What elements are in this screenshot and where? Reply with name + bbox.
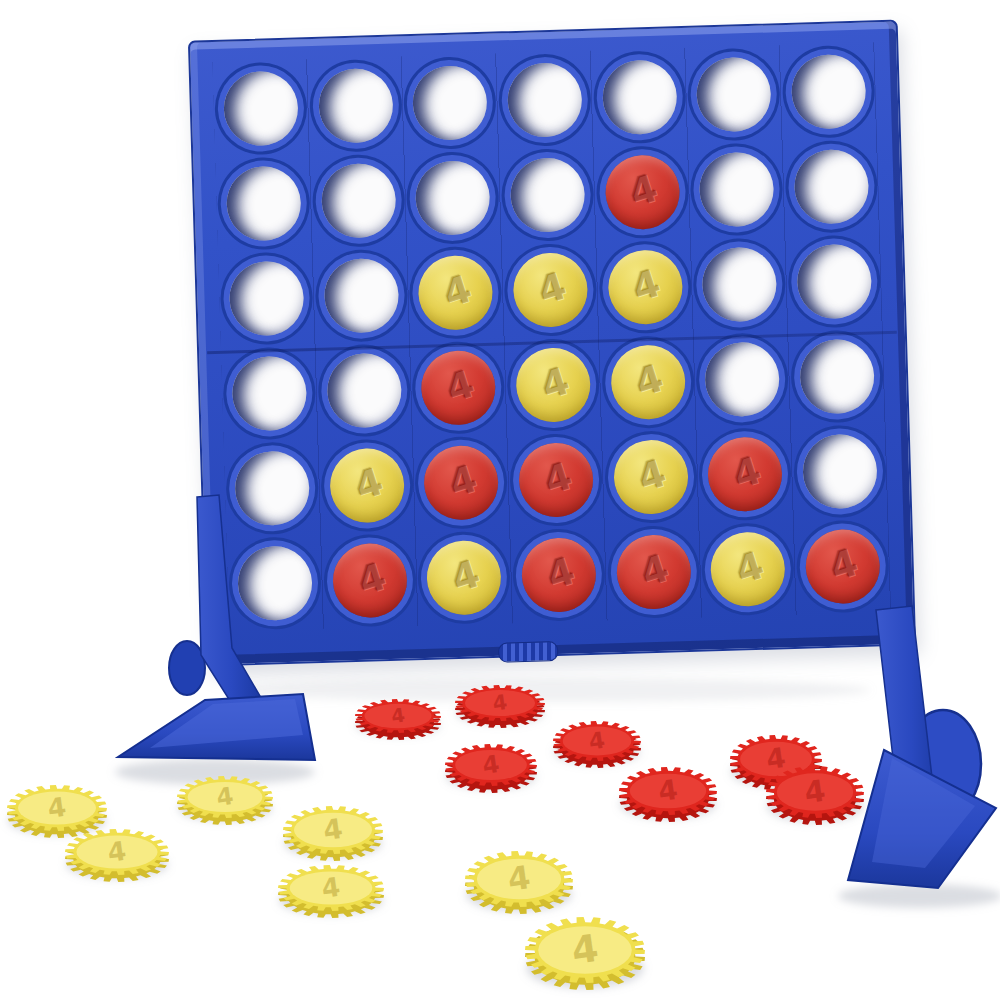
cell-r6-c3[interactable]: 4 bbox=[416, 528, 513, 626]
left-hinge-knob bbox=[169, 641, 205, 695]
cell-r1-c2[interactable] bbox=[307, 56, 404, 154]
cell-r1-c4[interactable] bbox=[496, 51, 593, 149]
disc-4-emboss: 4 bbox=[442, 364, 479, 408]
cell-r4-c6[interactable] bbox=[694, 330, 791, 428]
cell-r3-c2[interactable] bbox=[313, 246, 410, 344]
cell-r4-c7[interactable] bbox=[788, 327, 885, 425]
disc-4-emboss: 4 bbox=[628, 263, 665, 307]
disc-4-emboss: 4 bbox=[534, 266, 571, 310]
cell-r5-c7[interactable] bbox=[791, 422, 888, 520]
disc-4-emboss: 4 bbox=[731, 545, 768, 589]
cell-r2-c3[interactable] bbox=[404, 148, 501, 246]
disc-4-emboss: 4 bbox=[542, 551, 579, 595]
empty-hole bbox=[802, 433, 878, 509]
cell-r4-c3[interactable]: 4 bbox=[410, 338, 507, 436]
cell-r2-c4[interactable] bbox=[499, 146, 596, 244]
red-disc[interactable]: 4 bbox=[615, 534, 691, 610]
loose-red-disc[interactable]: 4 bbox=[355, 699, 441, 740]
empty-hole bbox=[229, 260, 305, 336]
red-disc[interactable]: 4 bbox=[332, 542, 408, 618]
loose-yellow-disc[interactable]: 4 bbox=[65, 829, 169, 882]
cell-r1-c5[interactable] bbox=[591, 48, 688, 146]
cell-r4-c4[interactable]: 4 bbox=[505, 336, 602, 434]
cell-r4-c1[interactable] bbox=[221, 344, 318, 442]
cell-r2-c7[interactable] bbox=[783, 137, 880, 235]
empty-hole bbox=[704, 341, 780, 417]
cell-r3-c3[interactable]: 4 bbox=[407, 243, 504, 341]
cell-r3-c5[interactable]: 4 bbox=[596, 238, 693, 336]
empty-hole bbox=[223, 70, 299, 146]
empty-hole bbox=[799, 338, 875, 414]
cell-r1-c6[interactable] bbox=[685, 45, 782, 143]
empty-hole bbox=[320, 162, 396, 238]
yellow-disc[interactable]: 4 bbox=[426, 539, 502, 615]
empty-hole bbox=[507, 62, 583, 138]
loose-red-disc[interactable]: 4 bbox=[445, 744, 537, 793]
right-foot-shadow bbox=[838, 884, 1000, 908]
empty-hole bbox=[793, 148, 869, 224]
yellow-disc[interactable]: 4 bbox=[418, 254, 494, 330]
empty-hole bbox=[234, 450, 310, 526]
empty-hole bbox=[509, 156, 585, 232]
empty-hole bbox=[326, 352, 402, 428]
empty-hole bbox=[318, 67, 394, 143]
connect-four-product-photo: 444444444444444444 44444444444444 bbox=[0, 0, 1000, 1000]
cell-r6-c7[interactable]: 4 bbox=[794, 517, 891, 615]
disc-4-emboss: 4 bbox=[350, 461, 387, 505]
cell-r6-c1[interactable] bbox=[227, 534, 324, 632]
cell-r2-c6[interactable] bbox=[688, 140, 785, 238]
loose-red-disc[interactable]: 4 bbox=[553, 721, 641, 768]
cell-r5-c6[interactable]: 4 bbox=[696, 425, 793, 523]
yellow-disc[interactable]: 4 bbox=[612, 439, 688, 515]
empty-hole bbox=[790, 53, 866, 129]
disc-4-emboss: 4 bbox=[634, 453, 671, 497]
yellow-disc[interactable]: 4 bbox=[515, 346, 591, 422]
empty-hole bbox=[232, 355, 308, 431]
cell-r2-c2[interactable] bbox=[310, 151, 407, 249]
loose-yellow-disc[interactable]: 4 bbox=[525, 917, 645, 990]
yellow-disc[interactable]: 4 bbox=[710, 531, 786, 607]
red-disc[interactable]: 4 bbox=[518, 441, 594, 517]
empty-hole bbox=[701, 246, 777, 322]
yellow-disc[interactable]: 4 bbox=[610, 344, 686, 420]
yellow-disc[interactable]: 4 bbox=[607, 249, 683, 325]
cell-r3-c1[interactable] bbox=[218, 249, 315, 347]
disc-4-emboss: 4 bbox=[445, 459, 482, 503]
empty-hole bbox=[699, 151, 775, 227]
empty-hole bbox=[237, 545, 313, 621]
disc-4-emboss: 4 bbox=[448, 554, 485, 598]
cell-r4-c5[interactable]: 4 bbox=[599, 333, 696, 431]
empty-hole bbox=[412, 64, 488, 140]
disc-4-emboss: 4 bbox=[728, 450, 765, 494]
disc-4-emboss: 4 bbox=[826, 542, 863, 586]
empty-hole bbox=[601, 59, 677, 135]
red-disc[interactable]: 4 bbox=[604, 154, 680, 230]
loose-yellow-disc[interactable]: 4 bbox=[7, 785, 107, 838]
loose-yellow-disc[interactable]: 4 bbox=[283, 806, 383, 861]
cell-r4-c2[interactable] bbox=[315, 341, 412, 439]
disc-4-emboss: 4 bbox=[625, 168, 662, 212]
cell-r5-c3[interactable]: 4 bbox=[413, 433, 510, 531]
disc-4-emboss: 4 bbox=[539, 456, 576, 500]
red-disc[interactable]: 4 bbox=[804, 528, 880, 604]
cell-r6-c5[interactable]: 4 bbox=[605, 523, 702, 621]
loose-yellow-disc[interactable]: 4 bbox=[465, 851, 573, 914]
disc-4-emboss: 4 bbox=[353, 556, 390, 600]
yellow-disc[interactable]: 4 bbox=[329, 447, 405, 523]
cell-r3-c4[interactable]: 4 bbox=[502, 241, 599, 339]
red-disc[interactable]: 4 bbox=[423, 444, 499, 520]
empty-hole bbox=[226, 165, 302, 241]
yellow-disc[interactable]: 4 bbox=[512, 251, 588, 327]
red-disc[interactable]: 4 bbox=[421, 349, 497, 425]
loose-yellow-disc[interactable]: 4 bbox=[278, 865, 384, 918]
red-disc[interactable]: 4 bbox=[521, 536, 597, 612]
cell-r3-c7[interactable] bbox=[785, 232, 882, 330]
cell-r1-c7[interactable] bbox=[780, 42, 877, 140]
cell-r5-c2[interactable]: 4 bbox=[318, 436, 415, 534]
empty-hole bbox=[796, 243, 872, 319]
cell-r1-c3[interactable] bbox=[402, 54, 499, 152]
empty-hole bbox=[415, 159, 491, 235]
disc-4-emboss: 4 bbox=[439, 269, 476, 313]
empty-hole bbox=[323, 257, 399, 333]
board-ratchet-knob[interactable] bbox=[498, 641, 559, 663]
cell-r6-c4[interactable]: 4 bbox=[510, 526, 607, 624]
cell-r2-c5[interactable]: 4 bbox=[593, 143, 690, 241]
cell-r3-c6[interactable] bbox=[691, 235, 788, 333]
board-shadow bbox=[230, 678, 870, 702]
cell-r1-c1[interactable] bbox=[213, 59, 310, 157]
disc-4-emboss: 4 bbox=[637, 548, 674, 592]
disc-4-emboss: 4 bbox=[631, 358, 668, 402]
cell-r5-c4[interactable]: 4 bbox=[507, 431, 604, 529]
connect-four-board: 444444444444444444 bbox=[188, 20, 916, 667]
cell-r5-c5[interactable]: 4 bbox=[602, 428, 699, 526]
red-disc[interactable]: 4 bbox=[707, 436, 783, 512]
cell-r5-c1[interactable] bbox=[224, 439, 321, 537]
empty-hole bbox=[696, 56, 772, 132]
cell-r6-c2[interactable]: 4 bbox=[321, 531, 418, 629]
loose-red-disc[interactable]: 4 bbox=[619, 767, 717, 822]
disc-4-emboss: 4 bbox=[536, 361, 573, 405]
cell-r2-c1[interactable] bbox=[215, 154, 312, 252]
cell-r6-c6[interactable]: 4 bbox=[699, 520, 796, 618]
board-grid: 444444444444444444 bbox=[213, 42, 892, 631]
